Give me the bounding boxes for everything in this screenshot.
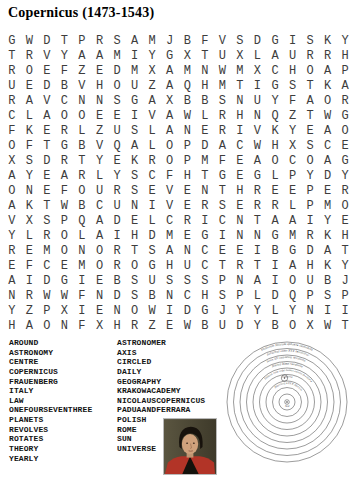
- grid-cell: R: [108, 243, 126, 258]
- grid-cell: E: [56, 258, 74, 273]
- grid-cell: Y: [231, 303, 249, 318]
- grid-cell: V: [38, 93, 56, 108]
- grid-cell: T: [196, 168, 214, 183]
- grid-cell: U: [108, 198, 126, 213]
- grid-cell: D: [319, 168, 337, 183]
- grid-cell: L: [143, 138, 161, 153]
- grid-cell: J: [214, 303, 232, 318]
- grid-cell: W: [178, 108, 196, 123]
- grid-cell: L: [143, 123, 161, 138]
- grid-cell: E: [126, 213, 144, 228]
- grid-cell: N: [73, 243, 91, 258]
- grid-cell: S: [108, 33, 126, 48]
- grid-cell: R: [56, 123, 74, 138]
- grid-cell: S: [126, 288, 144, 303]
- grid-cell: X: [143, 63, 161, 78]
- grid-cell: R: [301, 48, 319, 63]
- grid-cell: E: [38, 183, 56, 198]
- grid-cell: S: [178, 273, 196, 288]
- grid-cell: C: [284, 153, 302, 168]
- grid-cell: I: [231, 123, 249, 138]
- sun-label: Sol: [285, 404, 291, 408]
- grid-cell: D: [108, 63, 126, 78]
- grid-cell: S: [231, 33, 249, 48]
- grid-cell: E: [91, 303, 109, 318]
- word-item: KRAKOWACADEMY: [117, 386, 205, 396]
- grid-cell: A: [214, 138, 232, 153]
- grid-cell: N: [56, 318, 74, 333]
- grid-cell: J: [336, 273, 354, 288]
- ring-label: Veneris: [281, 374, 293, 379]
- grid-cell: Z: [21, 303, 39, 318]
- grid-cell: B: [73, 138, 91, 153]
- grid-cell: A: [319, 243, 337, 258]
- grid-cell: Q: [73, 213, 91, 228]
- grid-cell: D: [196, 138, 214, 153]
- grid-cell: M: [214, 78, 232, 93]
- grid-cell: M: [126, 63, 144, 78]
- word-item: ITALY: [9, 386, 92, 396]
- grid-cell: S: [214, 93, 232, 108]
- word-item: REVOLVES: [9, 425, 92, 435]
- grid-cell: X: [231, 48, 249, 63]
- grid-cell: D: [108, 288, 126, 303]
- grid-cell: W: [56, 288, 74, 303]
- grid-cell: X: [161, 93, 179, 108]
- grid-cell: B: [196, 93, 214, 108]
- grid-cell: Y: [143, 48, 161, 63]
- grid-cell: S: [196, 273, 214, 288]
- ring-label: Martis bima revolutio: [271, 361, 304, 368]
- grid-cell: A: [249, 153, 267, 168]
- grid-cell: G: [3, 33, 21, 48]
- grid-cell: B: [56, 78, 74, 93]
- grid-cell: G: [336, 108, 354, 123]
- grid-cell: G: [143, 258, 161, 273]
- grid-cell: G: [266, 228, 284, 243]
- grid-cell: N: [3, 288, 21, 303]
- grid-cell: A: [91, 48, 109, 63]
- grid-cell: T: [249, 213, 267, 228]
- grid-cell: E: [301, 123, 319, 138]
- grid-cell: P: [301, 183, 319, 198]
- grid-cell: E: [91, 273, 109, 288]
- grid-cell: H: [266, 138, 284, 153]
- grid-cell: E: [231, 243, 249, 258]
- grid-cell: F: [196, 33, 214, 48]
- grid-cell: E: [108, 153, 126, 168]
- grid-cell: W: [38, 288, 56, 303]
- word-item: AXIS: [117, 348, 205, 358]
- grid-cell: E: [178, 198, 196, 213]
- grid-cell: B: [196, 318, 214, 333]
- word-item: AROUND: [9, 338, 92, 348]
- grid-cell: N: [91, 288, 109, 303]
- grid-cell: C: [196, 243, 214, 258]
- grid-cell: L: [21, 108, 39, 123]
- grid-cell: P: [284, 168, 302, 183]
- grid-cell: E: [161, 318, 179, 333]
- grid-cell: I: [21, 273, 39, 288]
- grid-cell: R: [249, 198, 267, 213]
- grid-cell: B: [266, 243, 284, 258]
- grid-cell: T: [231, 78, 249, 93]
- grid-cell: K: [266, 123, 284, 138]
- grid-cell: W: [214, 63, 232, 78]
- grid-cell: A: [3, 168, 21, 183]
- grid-cell: G: [161, 48, 179, 63]
- grid-cell: E: [214, 243, 232, 258]
- grid-cell: I: [73, 273, 91, 288]
- grid-cell: H: [126, 228, 144, 243]
- grid-cell: A: [161, 123, 179, 138]
- grid-cell: O: [56, 243, 74, 258]
- grid-cell: P: [178, 138, 196, 153]
- grid-cell: F: [56, 183, 74, 198]
- grid-cell: F: [214, 153, 232, 168]
- grid-cell: I: [319, 303, 337, 318]
- grid-cell: X: [3, 153, 21, 168]
- grid-cell: R: [301, 228, 319, 243]
- grid-cell: E: [3, 258, 21, 273]
- grid-cell: T: [38, 138, 56, 153]
- grid-cell: F: [21, 258, 39, 273]
- grid-cell: Q: [108, 138, 126, 153]
- grid-cell: E: [284, 183, 302, 198]
- grid-cell: N: [178, 243, 196, 258]
- grid-cell: H: [231, 108, 249, 123]
- grid-cell: A: [21, 318, 39, 333]
- grid-cell: G: [56, 138, 74, 153]
- grid-cell: K: [319, 258, 337, 273]
- grid-cell: I: [161, 303, 179, 318]
- grid-cell: U: [301, 273, 319, 288]
- grid-cell: P: [336, 288, 354, 303]
- grid-cell: S: [214, 288, 232, 303]
- grid-cell: P: [301, 198, 319, 213]
- word-item: NICOLAUSCOPERNICUS: [117, 396, 205, 406]
- word-item: CENTRE: [9, 357, 92, 367]
- grid-cell: U: [214, 318, 232, 333]
- grid-cell: C: [266, 63, 284, 78]
- page-title: Copernicus (1473-1543): [8, 5, 154, 21]
- grid-cell: N: [73, 93, 91, 108]
- grid-cell: K: [319, 78, 337, 93]
- grid-cell: E: [38, 63, 56, 78]
- grid-cell: N: [196, 183, 214, 198]
- grid-cell: A: [143, 93, 161, 108]
- grid-cell: Y: [91, 153, 109, 168]
- grid-cell: R: [231, 258, 249, 273]
- grid-cell: E: [319, 183, 337, 198]
- grid-cell: Z: [91, 123, 109, 138]
- grid-cell: Q: [178, 78, 196, 93]
- grid-cell: H: [178, 168, 196, 183]
- word-list-left: AROUNDASTRONOMYCENTRECOPERNICUSFRAUENBER…: [9, 338, 92, 463]
- grid-cell: O: [56, 228, 74, 243]
- grid-cell: T: [38, 198, 56, 213]
- grid-cell: A: [161, 63, 179, 78]
- grid-cell: T: [301, 108, 319, 123]
- grid-cell: A: [319, 63, 337, 78]
- grid-cell: R: [319, 48, 337, 63]
- grid-cell: N: [91, 93, 109, 108]
- grid-cell: T: [249, 258, 267, 273]
- grid-cell: C: [161, 213, 179, 228]
- grid-cell: H: [336, 228, 354, 243]
- grid-cell: I: [249, 78, 267, 93]
- grid-cell: G: [249, 168, 267, 183]
- grid-cell: R: [21, 288, 39, 303]
- grid-cell: L: [284, 198, 302, 213]
- grid-cell: E: [231, 198, 249, 213]
- grid-cell: H: [284, 63, 302, 78]
- grid-cell: S: [126, 183, 144, 198]
- grid-cell: A: [319, 153, 337, 168]
- grid-cell: H: [108, 318, 126, 333]
- grid-cell: X: [301, 318, 319, 333]
- grid-cell: A: [336, 78, 354, 93]
- grid-cell: I: [249, 243, 267, 258]
- grid-cell: O: [301, 153, 319, 168]
- grid-cell: L: [249, 288, 267, 303]
- grid-cell: L: [73, 228, 91, 243]
- grid-cell: F: [21, 138, 39, 153]
- grid-cell: O: [336, 123, 354, 138]
- grid-cell: I: [73, 303, 91, 318]
- grid-cell: G: [196, 303, 214, 318]
- grid-cell: R: [21, 48, 39, 63]
- grid-cell: G: [196, 228, 214, 243]
- grid-cell: C: [3, 108, 21, 123]
- grid-cell: X: [21, 213, 39, 228]
- grid-cell: Z: [143, 78, 161, 93]
- grid-cell: A: [266, 213, 284, 228]
- grid-cell: B: [178, 93, 196, 108]
- grid-cell: H: [161, 258, 179, 273]
- grid-cell: P: [73, 33, 91, 48]
- grid-cell: E: [21, 78, 39, 93]
- grid-cell: K: [21, 123, 39, 138]
- grid-cell: D: [38, 153, 56, 168]
- grid-cell: S: [126, 168, 144, 183]
- grid-cell: E: [91, 108, 109, 123]
- grid-cell: R: [108, 258, 126, 273]
- svg-text:Martis bima revolutio: Martis bima revolutio: [271, 361, 304, 368]
- grid-cell: E: [21, 243, 39, 258]
- copernicus-portrait: [163, 418, 217, 475]
- grid-cell: N: [161, 288, 179, 303]
- grid-cell: C: [38, 258, 56, 273]
- grid-cell: R: [196, 198, 214, 213]
- grid-cell: Y: [301, 168, 319, 183]
- grid-cell: U: [91, 183, 109, 198]
- grid-cell: R: [336, 183, 354, 198]
- grid-cell: V: [73, 78, 91, 93]
- word-item: GEOGRAPHY: [117, 377, 205, 387]
- grid-cell: L: [249, 48, 267, 63]
- grid-cell: Y: [3, 228, 21, 243]
- grid-cell: O: [284, 273, 302, 288]
- grid-cell: H: [91, 78, 109, 93]
- grid-cell: A: [319, 123, 337, 138]
- grid-cell: H: [196, 78, 214, 93]
- grid-cell: E: [178, 228, 196, 243]
- grid-cell: R: [249, 183, 267, 198]
- grid-cell: N: [178, 123, 196, 138]
- grid-cell: C: [178, 288, 196, 303]
- grid-cell: R: [3, 63, 21, 78]
- grid-cell: U: [108, 123, 126, 138]
- grid-cell: I: [284, 33, 302, 48]
- word-item: PLANETS: [9, 415, 92, 425]
- grid-cell: D: [38, 273, 56, 288]
- grid-cell: R: [214, 108, 232, 123]
- grid-cell: V: [214, 33, 232, 48]
- grid-cell: O: [108, 78, 126, 93]
- grid-cell: E: [336, 213, 354, 228]
- grid-cell: L: [196, 108, 214, 123]
- grid-cell: C: [196, 258, 214, 273]
- grid-cell: A: [301, 93, 319, 108]
- grid-cell: O: [91, 243, 109, 258]
- grid-cell: E: [266, 183, 284, 198]
- grid-cell: Y: [284, 123, 302, 138]
- grid-cell: H: [301, 258, 319, 273]
- grid-cell: D: [231, 318, 249, 333]
- grid-cell: S: [126, 123, 144, 138]
- grid-cell: R: [108, 183, 126, 198]
- grid-cell: E: [143, 183, 161, 198]
- grid-cell: W: [21, 33, 39, 48]
- grid-cell: Z: [143, 318, 161, 333]
- grid-cell: M: [284, 228, 302, 243]
- grid-cell: I: [143, 198, 161, 213]
- grid-cell: A: [73, 48, 91, 63]
- grid-cell: N: [301, 303, 319, 318]
- grid-cell: S: [161, 273, 179, 288]
- grid-cell: S: [284, 78, 302, 93]
- grid-cell: C: [214, 213, 232, 228]
- grid-cell: F: [73, 288, 91, 303]
- grid-cell: I: [266, 258, 284, 273]
- grid-cell: X: [178, 48, 196, 63]
- grid-cell: P: [214, 273, 232, 288]
- grid-cell: A: [161, 78, 179, 93]
- grid-cell: D: [38, 78, 56, 93]
- grid-cell: N: [108, 303, 126, 318]
- grid-cell: N: [196, 63, 214, 78]
- grid-cell: L: [266, 168, 284, 183]
- grid-cell: R: [266, 198, 284, 213]
- grid-cell: E: [196, 123, 214, 138]
- grid-cell: C: [56, 93, 74, 108]
- grid-cell: F: [161, 168, 179, 183]
- grid-cell: Y: [284, 303, 302, 318]
- grid-cell: A: [126, 138, 144, 153]
- grid-cell: F: [56, 63, 74, 78]
- grid-cell: O: [21, 63, 39, 78]
- grid-cell: E: [231, 153, 249, 168]
- grid-cell: D: [301, 243, 319, 258]
- grid-cell: F: [3, 123, 21, 138]
- grid-cell: G: [56, 273, 74, 288]
- grid-cell: A: [3, 273, 21, 288]
- grid-cell: V: [161, 198, 179, 213]
- grid-cell: M: [73, 258, 91, 273]
- grid-cell: Y: [266, 93, 284, 108]
- grid-cell: Z: [284, 108, 302, 123]
- grid-cell: N: [231, 213, 249, 228]
- grid-cell: A: [249, 273, 267, 288]
- word-item: ONEFOURSEVENTHREE: [9, 405, 92, 415]
- grid-cell: B: [319, 273, 337, 288]
- grid-cell: F: [284, 93, 302, 108]
- svg-text:Veneris: Veneris: [281, 374, 293, 379]
- grid-cell: E: [231, 168, 249, 183]
- grid-cell: H: [231, 183, 249, 198]
- grid-cell: L: [73, 123, 91, 138]
- grid-cell: P: [301, 288, 319, 303]
- grid-cell: D: [38, 33, 56, 48]
- grid-cell: N: [21, 183, 39, 198]
- grid-cell: G: [284, 243, 302, 258]
- grid-cell: O: [161, 138, 179, 153]
- grid-cell: A: [38, 108, 56, 123]
- grid-cell: O: [336, 198, 354, 213]
- grid-cell: I: [126, 108, 144, 123]
- grid-cell: F: [73, 318, 91, 333]
- grid-cell: U: [3, 78, 21, 93]
- grid-cell: I: [196, 213, 214, 228]
- grid-cell: K: [319, 33, 337, 48]
- grid-cell: V: [3, 213, 21, 228]
- grid-cell: Z: [73, 63, 91, 78]
- grid-cell: O: [126, 258, 144, 273]
- grid-cell: R: [214, 123, 232, 138]
- grid-cell: U: [249, 93, 267, 108]
- grid-cell: S: [38, 213, 56, 228]
- grid-cell: M: [143, 33, 161, 48]
- grid-cell: O: [73, 108, 91, 123]
- grid-cell: M: [161, 228, 179, 243]
- grid-cell: A: [126, 33, 144, 48]
- word-search-grid: GWDTPRSAMJBFVSDGISKYTRVYAAMIYGXTUXLAURRH…: [3, 33, 354, 333]
- grid-cell: A: [284, 258, 302, 273]
- grid-cell: N: [231, 93, 249, 108]
- word-item: DAILY: [117, 367, 205, 377]
- grid-cell: V: [249, 123, 267, 138]
- grid-cell: O: [126, 303, 144, 318]
- word-item: LAW: [9, 396, 92, 406]
- grid-cell: G: [126, 93, 144, 108]
- grid-cell: U: [126, 78, 144, 93]
- heliocentric-diagram: Stellarum fixarum sphaera immobilis Satu…: [224, 340, 350, 466]
- grid-cell: A: [91, 213, 109, 228]
- grid-cell: V: [143, 108, 161, 123]
- grid-cell: Y: [336, 33, 354, 48]
- grid-cell: U: [178, 258, 196, 273]
- grid-cell: K: [319, 228, 337, 243]
- grid-cell: X: [91, 318, 109, 333]
- grid-cell: H: [3, 318, 21, 333]
- grid-cell: Y: [319, 213, 337, 228]
- grid-cell: A: [3, 198, 21, 213]
- grid-cell: T: [56, 33, 74, 48]
- grid-cell: A: [91, 228, 109, 243]
- grid-cell: A: [56, 168, 74, 183]
- grid-cell: C: [319, 138, 337, 153]
